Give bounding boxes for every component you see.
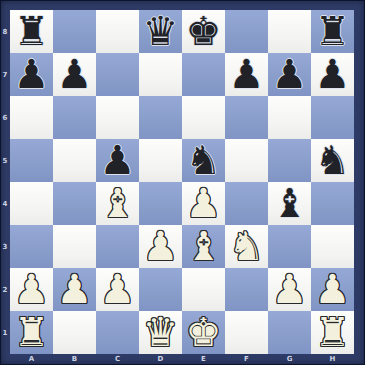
square-e6[interactable] [182, 96, 225, 139]
piece-black-pawn-c5[interactable]: ♟ [100, 140, 136, 180]
square-b4[interactable] [53, 182, 96, 225]
square-a4[interactable] [10, 182, 53, 225]
rank-label-7: 7 [0, 53, 10, 96]
rank-label-8: 8 [0, 10, 10, 53]
square-c4[interactable]: ♝ [96, 182, 139, 225]
square-c7[interactable] [96, 53, 139, 96]
piece-white-queen-d1[interactable]: ♛ [143, 312, 179, 352]
square-c8[interactable] [96, 10, 139, 53]
piece-black-knight-h5[interactable]: ♞ [315, 140, 351, 180]
square-g3[interactable] [268, 225, 311, 268]
square-a1[interactable]: ♜ [10, 311, 53, 354]
file-labels: ABCDEFGH [10, 353, 354, 365]
file-label-c: C [96, 353, 139, 365]
square-b6[interactable] [53, 96, 96, 139]
piece-white-knight-f3[interactable]: ♞ [229, 226, 265, 266]
square-e8[interactable]: ♚ [182, 10, 225, 53]
square-e1[interactable]: ♚ [182, 311, 225, 354]
square-g2[interactable]: ♟ [268, 268, 311, 311]
piece-black-queen-d8[interactable]: ♛ [143, 11, 179, 51]
piece-black-king-e8[interactable]: ♚ [186, 11, 222, 51]
square-g8[interactable] [268, 10, 311, 53]
square-a6[interactable] [10, 96, 53, 139]
square-c3[interactable] [96, 225, 139, 268]
piece-white-pawn-g2[interactable]: ♟ [272, 269, 308, 309]
chess-board: ♜♛♚♜♟♟♟♟♟♟♞♞♝♟♝♟♝♞♟♟♟♟♟♜♛♚♜ [10, 10, 354, 354]
piece-black-pawn-g7[interactable]: ♟ [272, 54, 308, 94]
square-c5[interactable]: ♟ [96, 139, 139, 182]
square-d5[interactable] [139, 139, 182, 182]
piece-white-king-e1[interactable]: ♚ [186, 312, 222, 352]
square-a2[interactable]: ♟ [10, 268, 53, 311]
square-d1[interactable]: ♛ [139, 311, 182, 354]
square-d7[interactable] [139, 53, 182, 96]
piece-black-pawn-b7[interactable]: ♟ [57, 54, 93, 94]
square-h1[interactable]: ♜ [311, 311, 354, 354]
square-h7[interactable]: ♟ [311, 53, 354, 96]
square-b8[interactable] [53, 10, 96, 53]
square-f8[interactable] [225, 10, 268, 53]
square-e4[interactable]: ♟ [182, 182, 225, 225]
piece-black-pawn-f7[interactable]: ♟ [229, 54, 265, 94]
square-b1[interactable] [53, 311, 96, 354]
square-g5[interactable] [268, 139, 311, 182]
square-h6[interactable] [311, 96, 354, 139]
square-e3[interactable]: ♝ [182, 225, 225, 268]
piece-black-rook-h8[interactable]: ♜ [315, 11, 351, 51]
file-label-b: B [53, 353, 96, 365]
square-a5[interactable] [10, 139, 53, 182]
square-f3[interactable]: ♞ [225, 225, 268, 268]
square-d8[interactable]: ♛ [139, 10, 182, 53]
square-d3[interactable]: ♟ [139, 225, 182, 268]
piece-white-pawn-a2[interactable]: ♟ [14, 269, 50, 309]
piece-black-rook-a8[interactable]: ♜ [14, 11, 50, 51]
rank-label-3: 3 [0, 225, 10, 268]
piece-white-pawn-h2[interactable]: ♟ [315, 269, 351, 309]
square-h3[interactable] [311, 225, 354, 268]
piece-white-pawn-d3[interactable]: ♟ [143, 226, 179, 266]
square-f6[interactable] [225, 96, 268, 139]
piece-white-bishop-c4[interactable]: ♝ [100, 183, 136, 223]
square-f5[interactable] [225, 139, 268, 182]
file-label-d: D [139, 353, 182, 365]
file-label-h: H [311, 353, 354, 365]
square-a7[interactable]: ♟ [10, 53, 53, 96]
piece-white-bishop-e3[interactable]: ♝ [186, 226, 222, 266]
square-h2[interactable]: ♟ [311, 268, 354, 311]
square-g6[interactable] [268, 96, 311, 139]
piece-black-knight-e5[interactable]: ♞ [186, 140, 222, 180]
piece-white-rook-h1[interactable]: ♜ [315, 312, 351, 352]
piece-white-rook-a1[interactable]: ♜ [14, 312, 50, 352]
square-a3[interactable] [10, 225, 53, 268]
square-c1[interactable] [96, 311, 139, 354]
square-b2[interactable]: ♟ [53, 268, 96, 311]
chess-board-frame: ♜♛♚♜♟♟♟♟♟♟♞♞♝♟♝♟♝♞♟♟♟♟♟♜♛♚♜ 87654321 ABC… [0, 0, 365, 365]
square-h4[interactable] [311, 182, 354, 225]
square-e7[interactable] [182, 53, 225, 96]
piece-black-bishop-g4[interactable]: ♝ [272, 183, 308, 223]
rank-label-4: 4 [0, 182, 10, 225]
piece-white-pawn-c2[interactable]: ♟ [100, 269, 136, 309]
file-label-a: A [10, 353, 53, 365]
rank-label-1: 1 [0, 311, 10, 354]
square-e2[interactable] [182, 268, 225, 311]
square-d2[interactable] [139, 268, 182, 311]
square-h5[interactable]: ♞ [311, 139, 354, 182]
square-f4[interactable] [225, 182, 268, 225]
rank-label-5: 5 [0, 139, 10, 182]
square-c6[interactable] [96, 96, 139, 139]
square-g4[interactable]: ♝ [268, 182, 311, 225]
piece-white-pawn-b2[interactable]: ♟ [57, 269, 93, 309]
square-g7[interactable]: ♟ [268, 53, 311, 96]
file-label-e: E [182, 353, 225, 365]
square-a8[interactable]: ♜ [10, 10, 53, 53]
file-label-f: F [225, 353, 268, 365]
rank-labels: 87654321 [0, 10, 10, 354]
piece-black-pawn-h7[interactable]: ♟ [315, 54, 351, 94]
rank-label-6: 6 [0, 96, 10, 139]
square-f2[interactable] [225, 268, 268, 311]
square-b5[interactable] [53, 139, 96, 182]
rank-label-2: 2 [0, 268, 10, 311]
square-g1[interactable] [268, 311, 311, 354]
square-d4[interactable] [139, 182, 182, 225]
square-c2[interactable]: ♟ [96, 268, 139, 311]
piece-white-pawn-e4[interactable]: ♟ [186, 183, 222, 223]
piece-black-pawn-a7[interactable]: ♟ [14, 54, 50, 94]
square-d6[interactable] [139, 96, 182, 139]
square-f1[interactable] [225, 311, 268, 354]
file-label-g: G [268, 353, 311, 365]
square-b3[interactable] [53, 225, 96, 268]
square-e5[interactable]: ♞ [182, 139, 225, 182]
square-f7[interactable]: ♟ [225, 53, 268, 96]
square-h8[interactable]: ♜ [311, 10, 354, 53]
square-b7[interactable]: ♟ [53, 53, 96, 96]
